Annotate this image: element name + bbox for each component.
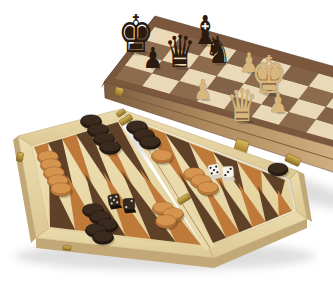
checker-tan [51,183,71,194]
chess-piece-dark-knight: ♞ [205,27,232,72]
die-black [123,198,136,213]
checker-dark [93,231,113,242]
chess-piece-dark-pawn: ♟ [143,41,163,74]
chess-piece-light-pawn: ♟ [269,87,288,118]
chess-piece-light-pawn: ♟ [194,74,213,105]
checker-tan [156,215,176,226]
checker-dark [100,141,120,152]
die-top [123,198,135,210]
chess-piece-light-queen: ♛ [226,80,257,132]
checker-tan [198,182,218,193]
rail-fitting [63,245,71,250]
checker-dark [140,136,160,147]
chess-backgammon-set: ♚♟♛♝♞♟♟♚♛♟ [0,0,333,285]
checker-tan [152,150,172,161]
product-photo-scene: Closed walnut chess case standing uprigh… [0,0,333,285]
checker-dark [268,163,287,174]
